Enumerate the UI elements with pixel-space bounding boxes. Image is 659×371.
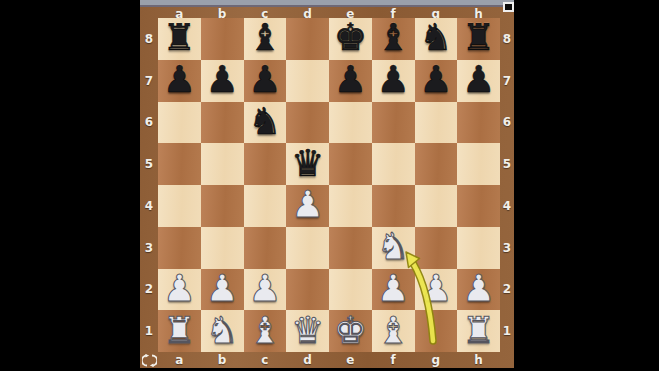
file-label-a: a [158,352,201,368]
piece-black-king[interactable]: ♚ [334,19,367,56]
rank-label-6: 6 [140,102,158,144]
piece-white-rook[interactable]: ♜ [163,312,196,349]
file-labels-top: abcdefgh [158,7,500,18]
square-f1[interactable]: ♝ [372,310,415,352]
piece-black-bishop[interactable]: ♝ [248,19,281,56]
file-label-h: h [457,352,500,368]
square-b7[interactable]: ♟ [201,60,244,102]
rank-label-7: 7 [140,60,158,102]
square-h2[interactable]: ♟ [457,269,500,311]
rank-label-3: 3 [140,227,158,269]
square-d8[interactable] [286,18,329,60]
rank-label-7: 7 [500,60,514,102]
piece-black-rook[interactable]: ♜ [462,19,495,56]
square-a2[interactable]: ♟ [158,269,201,311]
square-h6[interactable] [457,102,500,144]
piece-white-bishop[interactable]: ♝ [248,312,281,349]
square-e1[interactable]: ♚ [329,310,372,352]
square-h1[interactable]: ♜ [457,310,500,352]
piece-black-pawn[interactable]: ♟ [163,61,196,98]
square-g7[interactable]: ♟ [415,60,458,102]
square-b1[interactable]: ♞ [201,310,244,352]
square-f3[interactable]: ♞ [372,227,415,269]
square-d2[interactable] [286,269,329,311]
square-g5[interactable] [415,143,458,185]
square-d4[interactable]: ♟ [286,185,329,227]
square-f2[interactable]: ♟ [372,269,415,311]
board: ♜♝♚♝♞♜♟♟♟♟♟♟♟♞♛♟♞♟♟♟♟♟♟♜♞♝♛♚♝♜ [158,18,500,352]
square-b4[interactable] [201,185,244,227]
square-b3[interactable] [201,227,244,269]
piece-black-bishop[interactable]: ♝ [377,19,410,56]
chess-app-screen: abcdefgh 87654321 87654321 abcdefgh ♜♝♚♝… [0,0,659,371]
square-d7[interactable] [286,60,329,102]
square-a7[interactable]: ♟ [158,60,201,102]
stop-square-icon[interactable] [503,2,514,12]
square-g2[interactable]: ♟ [415,269,458,311]
piece-white-knight[interactable]: ♞ [206,312,239,349]
piece-black-pawn[interactable]: ♟ [462,61,495,98]
square-g1[interactable] [415,310,458,352]
square-h5[interactable] [457,143,500,185]
square-e6[interactable] [329,102,372,144]
square-g4[interactable] [415,185,458,227]
file-label-e: e [329,352,372,368]
rank-labels-right: 87654321 [500,18,514,352]
file-labels-bottom: abcdefgh [158,352,500,368]
square-b5[interactable] [201,143,244,185]
rank-label-4: 4 [140,185,158,227]
rank-label-4: 4 [500,185,514,227]
piece-black-queen[interactable]: ♛ [291,145,324,182]
square-h7[interactable]: ♟ [457,60,500,102]
square-h4[interactable] [457,185,500,227]
square-a8[interactable]: ♜ [158,18,201,60]
piece-white-bishop[interactable]: ♝ [377,312,410,349]
piece-black-pawn[interactable]: ♟ [419,61,452,98]
square-c8[interactable]: ♝ [244,18,287,60]
square-f4[interactable] [372,185,415,227]
piece-black-knight[interactable]: ♞ [419,19,452,56]
file-label-b: b [201,352,244,368]
piece-white-pawn[interactable]: ♟ [291,186,324,223]
rank-label-5: 5 [140,143,158,185]
file-label-g: g [415,352,458,368]
rank-label-3: 3 [500,227,514,269]
rank-label-5: 5 [500,143,514,185]
flip-board-icon[interactable] [142,354,157,367]
square-a5[interactable] [158,143,201,185]
piece-white-knight[interactable]: ♞ [377,228,410,265]
square-c6[interactable]: ♞ [244,102,287,144]
piece-white-queen[interactable]: ♛ [291,312,324,349]
piece-black-rook[interactable]: ♜ [163,19,196,56]
square-c1[interactable]: ♝ [244,310,287,352]
piece-white-pawn[interactable]: ♟ [462,270,495,307]
square-f5[interactable] [372,143,415,185]
square-f6[interactable] [372,102,415,144]
file-label-d: d [286,352,329,368]
square-c3[interactable] [244,227,287,269]
rank-labels-left: 87654321 [140,18,158,352]
square-a1[interactable]: ♜ [158,310,201,352]
rank-label-6: 6 [500,102,514,144]
piece-black-knight[interactable]: ♞ [248,103,281,140]
piece-black-pawn[interactable]: ♟ [248,61,281,98]
square-e7[interactable]: ♟ [329,60,372,102]
piece-white-pawn[interactable]: ♟ [419,270,452,307]
square-c7[interactable]: ♟ [244,60,287,102]
square-d5[interactable]: ♛ [286,143,329,185]
square-b6[interactable] [201,102,244,144]
square-c5[interactable] [244,143,287,185]
square-c4[interactable] [244,185,287,227]
piece-black-pawn[interactable]: ♟ [334,61,367,98]
square-b8[interactable] [201,18,244,60]
square-f7[interactable]: ♟ [372,60,415,102]
file-label-f: f [372,352,415,368]
piece-white-pawn[interactable]: ♟ [206,270,239,307]
piece-black-pawn[interactable]: ♟ [377,61,410,98]
square-d6[interactable] [286,102,329,144]
rank-label-8: 8 [500,18,514,60]
square-e4[interactable] [329,185,372,227]
rank-label-1: 1 [500,310,514,352]
piece-black-pawn[interactable]: ♟ [206,61,239,98]
square-e2[interactable] [329,269,372,311]
square-d3[interactable] [286,227,329,269]
square-a4[interactable] [158,185,201,227]
piece-white-pawn[interactable]: ♟ [377,270,410,307]
square-c2[interactable]: ♟ [244,269,287,311]
square-g6[interactable] [415,102,458,144]
piece-white-king[interactable]: ♚ [334,312,367,349]
file-label-c: c [244,352,287,368]
square-g8[interactable]: ♞ [415,18,458,60]
rank-label-1: 1 [140,310,158,352]
square-e3[interactable] [329,227,372,269]
piece-white-pawn[interactable]: ♟ [163,270,196,307]
square-f8[interactable]: ♝ [372,18,415,60]
rank-label-2: 2 [500,269,514,311]
square-b2[interactable]: ♟ [201,269,244,311]
square-h8[interactable]: ♜ [457,18,500,60]
piece-white-rook[interactable]: ♜ [462,312,495,349]
square-a3[interactable] [158,227,201,269]
square-h3[interactable] [457,227,500,269]
rank-label-2: 2 [140,269,158,311]
square-a6[interactable] [158,102,201,144]
square-e8[interactable]: ♚ [329,18,372,60]
square-g3[interactable] [415,227,458,269]
board-frame: abcdefgh 87654321 87654321 abcdefgh ♜♝♚♝… [140,7,514,368]
square-d1[interactable]: ♛ [286,310,329,352]
square-e5[interactable] [329,143,372,185]
rank-label-8: 8 [140,18,158,60]
piece-white-pawn[interactable]: ♟ [248,270,281,307]
